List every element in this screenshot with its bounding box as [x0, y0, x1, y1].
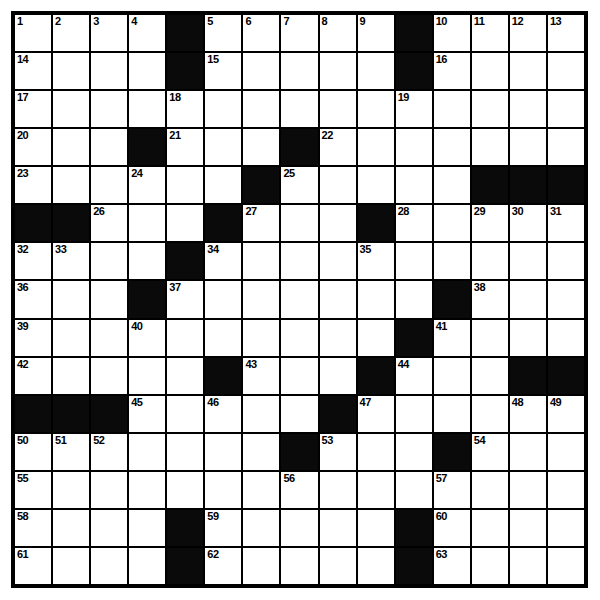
cell-r1c6[interactable]: 5 — [205, 15, 241, 51]
cell-r5c11[interactable] — [396, 167, 432, 203]
cell-r3c1[interactable]: 17 — [15, 91, 51, 127]
cell-r14c8[interactable] — [281, 510, 317, 546]
black-cell-r2c5 — [167, 53, 203, 89]
clue-number: 54 — [474, 434, 485, 447]
cell-r14c2[interactable] — [53, 510, 89, 546]
cell-r6c7[interactable]: 27 — [243, 205, 279, 241]
clue-number: 6 — [245, 15, 251, 28]
cell-r5c12[interactable] — [434, 167, 470, 203]
cell-r9c8[interactable] — [281, 320, 317, 356]
clue-number: 55 — [17, 472, 28, 485]
cell-r2c10[interactable] — [358, 53, 394, 89]
cell-r10c5[interactable] — [167, 358, 203, 394]
clue-number: 51 — [55, 434, 66, 447]
cell-r15c6[interactable]: 62 — [205, 548, 241, 584]
black-cell-r15c11 — [396, 548, 432, 584]
cell-r8c14[interactable] — [510, 281, 546, 317]
black-cell-r5c13 — [472, 167, 508, 203]
cell-r10c2[interactable] — [53, 358, 89, 394]
clue-number: 45 — [131, 396, 142, 409]
cell-r10c4[interactable] — [129, 358, 165, 394]
cell-r1c2[interactable]: 2 — [53, 15, 89, 51]
cell-r8c3[interactable] — [91, 281, 127, 317]
cell-r2c2[interactable] — [53, 53, 89, 89]
cell-r13c3[interactable] — [91, 472, 127, 508]
cell-r11c6[interactable]: 46 — [205, 396, 241, 432]
clue-number: 62 — [207, 548, 218, 561]
cell-r15c2[interactable] — [53, 548, 89, 584]
clue-number: 16 — [436, 53, 447, 66]
black-cell-r11c1 — [15, 396, 51, 432]
black-cell-r5c15 — [548, 167, 584, 203]
cell-r6c14[interactable]: 30 — [510, 205, 546, 241]
cell-r1c12[interactable]: 10 — [434, 15, 470, 51]
cell-r4c3[interactable] — [91, 129, 127, 165]
clue-number: 13 — [550, 15, 561, 28]
cell-r9c7[interactable] — [243, 320, 279, 356]
cell-r11c13[interactable] — [472, 396, 508, 432]
black-cell-r11c3 — [91, 396, 127, 432]
clue-number: 33 — [55, 243, 66, 256]
cell-r9c10[interactable] — [358, 320, 394, 356]
cell-r5c8[interactable]: 25 — [281, 167, 317, 203]
cell-r8c10[interactable] — [358, 281, 394, 317]
cell-r2c8[interactable] — [281, 53, 317, 89]
cell-r7c12[interactable] — [434, 243, 470, 279]
cell-r11c7[interactable] — [243, 396, 279, 432]
clue-number: 59 — [207, 510, 218, 523]
cell-r1c15[interactable]: 13 — [548, 15, 584, 51]
cell-r1c8[interactable]: 7 — [281, 15, 317, 51]
black-cell-r4c4 — [129, 129, 165, 165]
cell-r4c12[interactable] — [434, 129, 470, 165]
cell-r9c9[interactable] — [320, 320, 356, 356]
clue-number: 9 — [360, 15, 366, 28]
cell-r2c13[interactable] — [472, 53, 508, 89]
cell-r7c3[interactable] — [91, 243, 127, 279]
cell-r5c2[interactable] — [53, 167, 89, 203]
clue-number: 61 — [17, 548, 28, 561]
cell-r13c1[interactable]: 55 — [15, 472, 51, 508]
black-cell-r10c6 — [205, 358, 241, 394]
clue-number: 57 — [436, 472, 447, 485]
cell-r6c5[interactable] — [167, 205, 203, 241]
cell-r4c10[interactable] — [358, 129, 394, 165]
clue-number: 47 — [360, 396, 371, 409]
cell-r3c12[interactable] — [434, 91, 470, 127]
black-cell-r12c12 — [434, 434, 470, 470]
cell-r7c15[interactable] — [548, 243, 584, 279]
cell-r8c7[interactable] — [243, 281, 279, 317]
cell-r8c5[interactable]: 37 — [167, 281, 203, 317]
cell-r4c11[interactable] — [396, 129, 432, 165]
cell-r4c9[interactable]: 22 — [320, 129, 356, 165]
clue-number: 5 — [207, 15, 213, 28]
cell-r14c13[interactable] — [472, 510, 508, 546]
black-cell-r11c9 — [320, 396, 356, 432]
cell-r12c15[interactable] — [548, 434, 584, 470]
cell-r12c7[interactable] — [243, 434, 279, 470]
clue-number: 26 — [93, 205, 104, 218]
clue-number: 38 — [474, 281, 485, 294]
cell-r2c3[interactable] — [91, 53, 127, 89]
cell-r8c2[interactable] — [53, 281, 89, 317]
cell-r13c10[interactable] — [358, 472, 394, 508]
black-cell-r1c11 — [396, 15, 432, 51]
cell-r3c4[interactable] — [129, 91, 165, 127]
cell-r12c3[interactable]: 52 — [91, 434, 127, 470]
black-cell-r10c10 — [358, 358, 394, 394]
cell-r6c4[interactable] — [129, 205, 165, 241]
clue-number: 27 — [245, 205, 256, 218]
cell-r1c13[interactable]: 11 — [472, 15, 508, 51]
clue-number: 35 — [360, 243, 371, 256]
cell-r13c11[interactable] — [396, 472, 432, 508]
clue-number: 11 — [474, 15, 485, 28]
cell-r15c10[interactable] — [358, 548, 394, 584]
clue-number: 3 — [93, 15, 99, 28]
cell-r3c6[interactable] — [205, 91, 241, 127]
cell-r10c7[interactable]: 43 — [243, 358, 279, 394]
cell-r12c5[interactable] — [167, 434, 203, 470]
cell-r15c1[interactable]: 61 — [15, 548, 51, 584]
clue-number: 23 — [17, 167, 28, 180]
cell-r8c9[interactable] — [320, 281, 356, 317]
clue-number: 29 — [474, 205, 485, 218]
black-cell-r6c10 — [358, 205, 394, 241]
black-cell-r14c5 — [167, 510, 203, 546]
cell-r13c7[interactable] — [243, 472, 279, 508]
cell-r6c12[interactable] — [434, 205, 470, 241]
black-cell-r10c14 — [510, 358, 546, 394]
cell-r8c8[interactable] — [281, 281, 317, 317]
black-cell-r8c4 — [129, 281, 165, 317]
black-cell-r5c14 — [510, 167, 546, 203]
cell-r14c3[interactable] — [91, 510, 127, 546]
clue-number: 28 — [398, 205, 409, 218]
cell-r11c14[interactable]: 48 — [510, 396, 546, 432]
clue-number: 2 — [55, 15, 61, 28]
cell-r15c14[interactable] — [510, 548, 546, 584]
clue-number: 12 — [512, 15, 523, 28]
cell-r15c7[interactable] — [243, 548, 279, 584]
cell-r2c7[interactable] — [243, 53, 279, 89]
cell-r9c4[interactable]: 40 — [129, 320, 165, 356]
clue-number: 39 — [17, 320, 28, 333]
cell-r15c9[interactable] — [320, 548, 356, 584]
cell-r11c12[interactable] — [434, 396, 470, 432]
black-cell-r9c11 — [396, 320, 432, 356]
clue-number: 34 — [207, 243, 218, 256]
cell-r13c2[interactable] — [53, 472, 89, 508]
black-cell-r4c8 — [281, 129, 317, 165]
cell-r3c15[interactable] — [548, 91, 584, 127]
cell-r14c9[interactable] — [320, 510, 356, 546]
cell-r1c3[interactable]: 3 — [91, 15, 127, 51]
clue-number: 46 — [207, 396, 218, 409]
cell-r1c10[interactable]: 9 — [358, 15, 394, 51]
cell-r4c6[interactable] — [205, 129, 241, 165]
cell-r8c6[interactable] — [205, 281, 241, 317]
clue-number: 32 — [17, 243, 28, 256]
cell-r15c15[interactable] — [548, 548, 584, 584]
cell-r11c8[interactable] — [281, 396, 317, 432]
cell-r7c2[interactable]: 33 — [53, 243, 89, 279]
crossword-page: 1234567891011121314151617181920212223242… — [0, 0, 600, 600]
cell-r6c13[interactable]: 29 — [472, 205, 508, 241]
cell-r13c4[interactable] — [129, 472, 165, 508]
clue-number: 10 — [436, 15, 447, 28]
clue-number: 17 — [17, 91, 28, 104]
clue-number: 8 — [322, 15, 328, 28]
cell-r7c10[interactable]: 35 — [358, 243, 394, 279]
cell-r15c8[interactable] — [281, 548, 317, 584]
cell-r5c3[interactable] — [91, 167, 127, 203]
cell-r1c4[interactable]: 4 — [129, 15, 165, 51]
cell-r6c15[interactable]: 31 — [548, 205, 584, 241]
clue-number: 24 — [131, 167, 142, 180]
cell-r10c9[interactable] — [320, 358, 356, 394]
black-cell-r2c11 — [396, 53, 432, 89]
cell-r14c7[interactable] — [243, 510, 279, 546]
clue-number: 36 — [17, 281, 28, 294]
cell-r9c15[interactable] — [548, 320, 584, 356]
cell-r3c3[interactable] — [91, 91, 127, 127]
cell-r2c12[interactable]: 16 — [434, 53, 470, 89]
cell-r3c11[interactable]: 19 — [396, 91, 432, 127]
cell-r12c2[interactable]: 51 — [53, 434, 89, 470]
cell-r7c14[interactable] — [510, 243, 546, 279]
clue-number: 19 — [398, 91, 409, 104]
cell-r5c5[interactable] — [167, 167, 203, 203]
black-cell-r10c15 — [548, 358, 584, 394]
cell-r13c15[interactable] — [548, 472, 584, 508]
clue-number: 1 — [17, 15, 23, 28]
clue-number: 37 — [169, 281, 180, 294]
cell-r10c12[interactable] — [434, 358, 470, 394]
clue-number: 44 — [398, 358, 409, 371]
clue-number: 53 — [322, 434, 333, 447]
cell-r5c1[interactable]: 23 — [15, 167, 51, 203]
black-cell-r6c6 — [205, 205, 241, 241]
cell-r12c4[interactable] — [129, 434, 165, 470]
cell-r5c10[interactable] — [358, 167, 394, 203]
cell-r12c1[interactable]: 50 — [15, 434, 51, 470]
cell-r4c2[interactable] — [53, 129, 89, 165]
cell-r7c8[interactable] — [281, 243, 317, 279]
clue-number: 50 — [17, 434, 28, 447]
clue-number: 58 — [17, 510, 28, 523]
black-cell-r5c7 — [243, 167, 279, 203]
clue-number: 31 — [550, 205, 561, 218]
cell-r7c11[interactable] — [396, 243, 432, 279]
cell-r9c5[interactable] — [167, 320, 203, 356]
cell-r12c14[interactable] — [510, 434, 546, 470]
cell-r10c3[interactable] — [91, 358, 127, 394]
cell-r2c4[interactable] — [129, 53, 165, 89]
cell-r7c1[interactable]: 32 — [15, 243, 51, 279]
cell-r9c13[interactable] — [472, 320, 508, 356]
clue-number: 14 — [17, 53, 28, 66]
cell-r9c3[interactable] — [91, 320, 127, 356]
clue-number: 7 — [283, 15, 289, 28]
cell-r13c14[interactable] — [510, 472, 546, 508]
cell-r1c7[interactable]: 6 — [243, 15, 279, 51]
cell-r2c9[interactable] — [320, 53, 356, 89]
cell-r9c14[interactable] — [510, 320, 546, 356]
cell-r14c12[interactable]: 60 — [434, 510, 470, 546]
clue-number: 63 — [436, 548, 447, 561]
cell-r3c7[interactable] — [243, 91, 279, 127]
cell-r5c6[interactable] — [205, 167, 241, 203]
cell-r7c7[interactable] — [243, 243, 279, 279]
cell-r14c15[interactable] — [548, 510, 584, 546]
cell-r14c4[interactable] — [129, 510, 165, 546]
black-cell-r11c2 — [53, 396, 89, 432]
black-cell-r12c8 — [281, 434, 317, 470]
cell-r1c1[interactable]: 1 — [15, 15, 51, 51]
cell-r8c13[interactable]: 38 — [472, 281, 508, 317]
cell-r13c12[interactable]: 57 — [434, 472, 470, 508]
clue-number: 43 — [245, 358, 256, 371]
cell-r12c9[interactable]: 53 — [320, 434, 356, 470]
cell-r8c15[interactable] — [548, 281, 584, 317]
crossword-grid: 1234567891011121314151617181920212223242… — [11, 11, 588, 588]
clue-number: 25 — [283, 167, 294, 180]
cell-r15c4[interactable] — [129, 548, 165, 584]
cell-r4c5[interactable]: 21 — [167, 129, 203, 165]
cell-r15c3[interactable] — [91, 548, 127, 584]
cell-r3c13[interactable] — [472, 91, 508, 127]
black-cell-r6c1 — [15, 205, 51, 241]
cell-r4c14[interactable] — [510, 129, 546, 165]
cell-r3c9[interactable] — [320, 91, 356, 127]
cell-r14c1[interactable]: 58 — [15, 510, 51, 546]
cell-r11c10[interactable]: 47 — [358, 396, 394, 432]
cell-r3c2[interactable] — [53, 91, 89, 127]
cell-r7c4[interactable] — [129, 243, 165, 279]
black-cell-r1c5 — [167, 15, 203, 51]
clue-number: 48 — [512, 396, 523, 409]
cell-r9c6[interactable] — [205, 320, 241, 356]
cell-r15c13[interactable] — [472, 548, 508, 584]
clue-number: 15 — [207, 53, 218, 66]
cell-r3c10[interactable] — [358, 91, 394, 127]
black-cell-r14c11 — [396, 510, 432, 546]
cell-r9c2[interactable] — [53, 320, 89, 356]
cell-r10c1[interactable]: 42 — [15, 358, 51, 394]
cell-r12c6[interactable] — [205, 434, 241, 470]
cell-r13c13[interactable] — [472, 472, 508, 508]
cell-r2c14[interactable] — [510, 53, 546, 89]
clue-number: 52 — [93, 434, 104, 447]
cell-r2c15[interactable] — [548, 53, 584, 89]
cell-r4c7[interactable] — [243, 129, 279, 165]
clue-number: 60 — [436, 510, 447, 523]
cell-r7c13[interactable] — [472, 243, 508, 279]
cell-r5c9[interactable] — [320, 167, 356, 203]
cell-r4c1[interactable]: 20 — [15, 129, 51, 165]
cell-r14c14[interactable] — [510, 510, 546, 546]
cell-r3c14[interactable] — [510, 91, 546, 127]
cell-r1c14[interactable]: 12 — [510, 15, 546, 51]
cell-r13c5[interactable] — [167, 472, 203, 508]
clue-number: 56 — [283, 472, 294, 485]
cell-r8c11[interactable] — [396, 281, 432, 317]
cell-r7c6[interactable]: 34 — [205, 243, 241, 279]
cell-r12c10[interactable] — [358, 434, 394, 470]
clue-number: 21 — [169, 129, 180, 142]
cell-r4c15[interactable] — [548, 129, 584, 165]
cell-r9c1[interactable]: 39 — [15, 320, 51, 356]
clue-number: 22 — [322, 129, 333, 142]
clue-number: 40 — [131, 320, 142, 333]
clue-number: 18 — [169, 91, 180, 104]
cell-r14c10[interactable] — [358, 510, 394, 546]
cell-r5c4[interactable]: 24 — [129, 167, 165, 203]
cell-r13c6[interactable] — [205, 472, 241, 508]
cell-r2c6[interactable]: 15 — [205, 53, 241, 89]
cell-r12c13[interactable]: 54 — [472, 434, 508, 470]
cell-r10c13[interactable] — [472, 358, 508, 394]
black-cell-r8c12 — [434, 281, 470, 317]
cell-r3c8[interactable] — [281, 91, 317, 127]
cell-r6c11[interactable]: 28 — [396, 205, 432, 241]
cell-r9c12[interactable]: 41 — [434, 320, 470, 356]
cell-r6c9[interactable] — [320, 205, 356, 241]
cell-r2c1[interactable]: 14 — [15, 53, 51, 89]
clue-number: 20 — [17, 129, 28, 142]
cell-r4c13[interactable] — [472, 129, 508, 165]
clue-number: 4 — [131, 15, 137, 28]
cell-r11c5[interactable] — [167, 396, 203, 432]
cell-r12c11[interactable] — [396, 434, 432, 470]
cell-r13c8[interactable]: 56 — [281, 472, 317, 508]
cell-r11c4[interactable]: 45 — [129, 396, 165, 432]
cell-r6c3[interactable]: 26 — [91, 205, 127, 241]
cell-r11c15[interactable]: 49 — [548, 396, 584, 432]
cell-r10c11[interactable]: 44 — [396, 358, 432, 394]
cell-r6c8[interactable] — [281, 205, 317, 241]
cell-r8c1[interactable]: 36 — [15, 281, 51, 317]
cell-r7c9[interactable] — [320, 243, 356, 279]
clue-number: 49 — [550, 396, 561, 409]
cell-r10c8[interactable] — [281, 358, 317, 394]
black-cell-r15c5 — [167, 548, 203, 584]
cell-r15c12[interactable]: 63 — [434, 548, 470, 584]
clue-number: 30 — [512, 205, 523, 218]
cell-r1c9[interactable]: 8 — [320, 15, 356, 51]
black-cell-r6c2 — [53, 205, 89, 241]
clue-number: 41 — [436, 320, 447, 333]
cell-r14c6[interactable]: 59 — [205, 510, 241, 546]
cell-r13c9[interactable] — [320, 472, 356, 508]
cell-r11c11[interactable] — [396, 396, 432, 432]
black-cell-r7c5 — [167, 243, 203, 279]
clue-number: 42 — [17, 358, 28, 371]
cell-r3c5[interactable]: 18 — [167, 91, 203, 127]
